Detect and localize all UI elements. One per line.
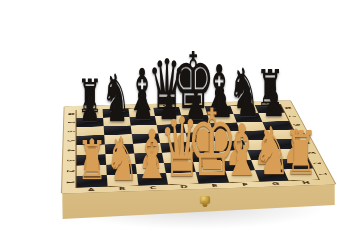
piece-white-rook-h1: ♜: [285, 123, 318, 183]
piece-black-pawn-b7: ♟: [106, 89, 127, 127]
scene: ABCDEFGH ABCDEFGH 87654321 87654321 ♜♞♝♛…: [0, 0, 351, 240]
pieces-layer: ♜♞♝♛♚♝♞♜♟♟♟♟♟♟♟♟♟♟♟♟♟♟♟♟♜♞♝♛♚♝♞♜: [0, 0, 351, 240]
piece-black-pawn-a7: ♟: [80, 90, 101, 128]
piece-white-rook-a1: ♜: [77, 136, 107, 189]
